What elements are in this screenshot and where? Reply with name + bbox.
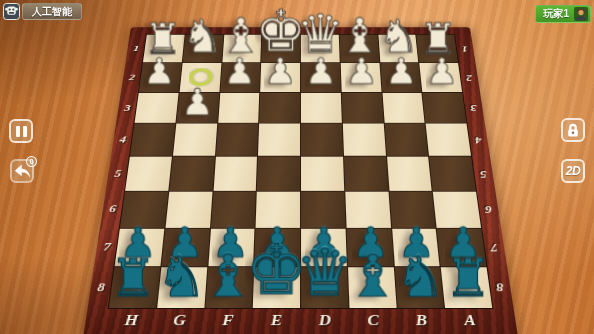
- lock-icon: [565, 122, 581, 138]
- player-label: 玩家1: [543, 7, 569, 21]
- square-a8[interactable]: ♜: [441, 267, 492, 308]
- square-g1[interactable]: ♞: [182, 35, 222, 62]
- square-b2[interactable]: ♟: [380, 63, 422, 92]
- square-a4[interactable]: [425, 124, 470, 156]
- square-a2[interactable]: ♟: [419, 63, 462, 92]
- square-a3[interactable]: [422, 93, 466, 123]
- coord-label-B: B: [396, 306, 447, 334]
- ai-badge: 人工智能: [3, 3, 82, 20]
- coord-label-A: A: [444, 306, 496, 334]
- pause-button[interactable]: [9, 119, 33, 143]
- square-f4[interactable]: [215, 124, 258, 156]
- square-d4[interactable]: [301, 124, 343, 156]
- ai-label: 人工智能: [22, 3, 82, 20]
- file-labels: HGFEDCBA: [105, 306, 496, 334]
- piece-white-pawn[interactable]: ♟: [264, 55, 296, 89]
- piece-teal-knight[interactable]: ♞: [395, 251, 445, 304]
- square-g5[interactable]: [169, 157, 214, 191]
- board-squares: ♜♞♝♚♛♝♞♜♟♟♟♟♟♟♟♟♟♟♟♟♟♟♟♟♜♞♝♚♛♝♞♜: [108, 35, 491, 308]
- square-f2[interactable]: ♟: [220, 63, 261, 92]
- square-d5[interactable]: [301, 157, 344, 191]
- square-h8[interactable]: ♜: [108, 267, 159, 308]
- undo-button[interactable]: 0: [10, 159, 34, 183]
- coord-label-F: F: [202, 306, 252, 334]
- square-h4[interactable]: [130, 124, 175, 156]
- square-d8[interactable]: ♛: [301, 267, 348, 308]
- square-e2[interactable]: ♟: [260, 63, 300, 92]
- square-c3[interactable]: [341, 93, 383, 123]
- square-f3[interactable]: [217, 93, 259, 123]
- square-d2[interactable]: ♟: [301, 63, 341, 92]
- player-badge: 玩家1: [535, 5, 591, 23]
- coord-label-G: G: [154, 306, 205, 334]
- chess-board: ♜♞♝♚♛♝♞♜♟♟♟♟♟♟♟♟♟♟♟♟♟♟♟♟♜♞♝♚♛♝♞♜ 1234567…: [82, 27, 517, 334]
- square-f5[interactable]: [213, 157, 257, 191]
- lock-button[interactable]: [561, 118, 585, 142]
- undo-count-badge: 0: [26, 156, 37, 167]
- coord-label-H: H: [105, 306, 157, 334]
- square-b8[interactable]: ♞: [394, 267, 444, 308]
- square-c4[interactable]: [342, 124, 385, 156]
- square-b5[interactable]: [386, 157, 431, 191]
- square-h3[interactable]: [134, 93, 178, 123]
- square-e5[interactable]: [257, 157, 300, 191]
- square-c5[interactable]: [343, 157, 387, 191]
- coord-label-D: D: [300, 306, 349, 334]
- piece-white-pawn[interactable]: ♟: [345, 55, 377, 89]
- square-c2[interactable]: ♟: [340, 63, 381, 92]
- piece-teal-rook[interactable]: ♜: [109, 255, 155, 304]
- player-avatar-icon: [574, 7, 588, 21]
- piece-teal-bishop[interactable]: ♝: [346, 249, 398, 304]
- square-b3[interactable]: [382, 93, 425, 123]
- square-h5[interactable]: [125, 157, 172, 191]
- piece-teal-knight[interactable]: ♞: [155, 251, 205, 304]
- piece-teal-rook[interactable]: ♜: [445, 255, 491, 304]
- square-b4[interactable]: [384, 124, 428, 156]
- game-scene: ♜♞♝♚♛♝♞♜♟♟♟♟♟♟♟♟♟♟♟♟♟♟♟♟♜♞♝♚♛♝♞♜ 1234567…: [0, 0, 594, 334]
- view-2d-button[interactable]: 2D: [561, 159, 585, 183]
- piece-white-pawn[interactable]: ♟: [180, 85, 213, 120]
- piece-white-pawn[interactable]: ♟: [385, 55, 417, 89]
- piece-white-pawn[interactable]: ♟: [223, 55, 255, 89]
- square-c8[interactable]: ♝: [347, 267, 395, 308]
- pause-icon: [16, 126, 20, 137]
- piece-white-knight[interactable]: ♞: [181, 16, 222, 60]
- coord-label-C: C: [348, 306, 398, 334]
- square-g4[interactable]: [172, 124, 216, 156]
- piece-teal-queen[interactable]: ♛: [295, 242, 353, 304]
- square-e3[interactable]: [259, 93, 300, 123]
- square-g3[interactable]: ♟: [176, 93, 219, 123]
- square-e4[interactable]: [258, 124, 300, 156]
- piece-white-pawn[interactable]: ♟: [425, 55, 457, 89]
- piece-white-pawn[interactable]: ♟: [304, 55, 336, 89]
- square-e8[interactable]: ♚: [253, 267, 300, 308]
- square-g8[interactable]: ♞: [156, 267, 206, 308]
- square-h2[interactable]: ♟: [139, 63, 182, 92]
- square-a5[interactable]: [429, 157, 476, 191]
- piece-white-pawn[interactable]: ♟: [143, 55, 175, 89]
- piece-teal-bishop[interactable]: ♝: [202, 249, 254, 304]
- coord-label-E: E: [251, 306, 300, 334]
- robot-icon: [3, 3, 20, 20]
- square-d3[interactable]: [301, 93, 342, 123]
- square-f8[interactable]: ♝: [205, 267, 253, 308]
